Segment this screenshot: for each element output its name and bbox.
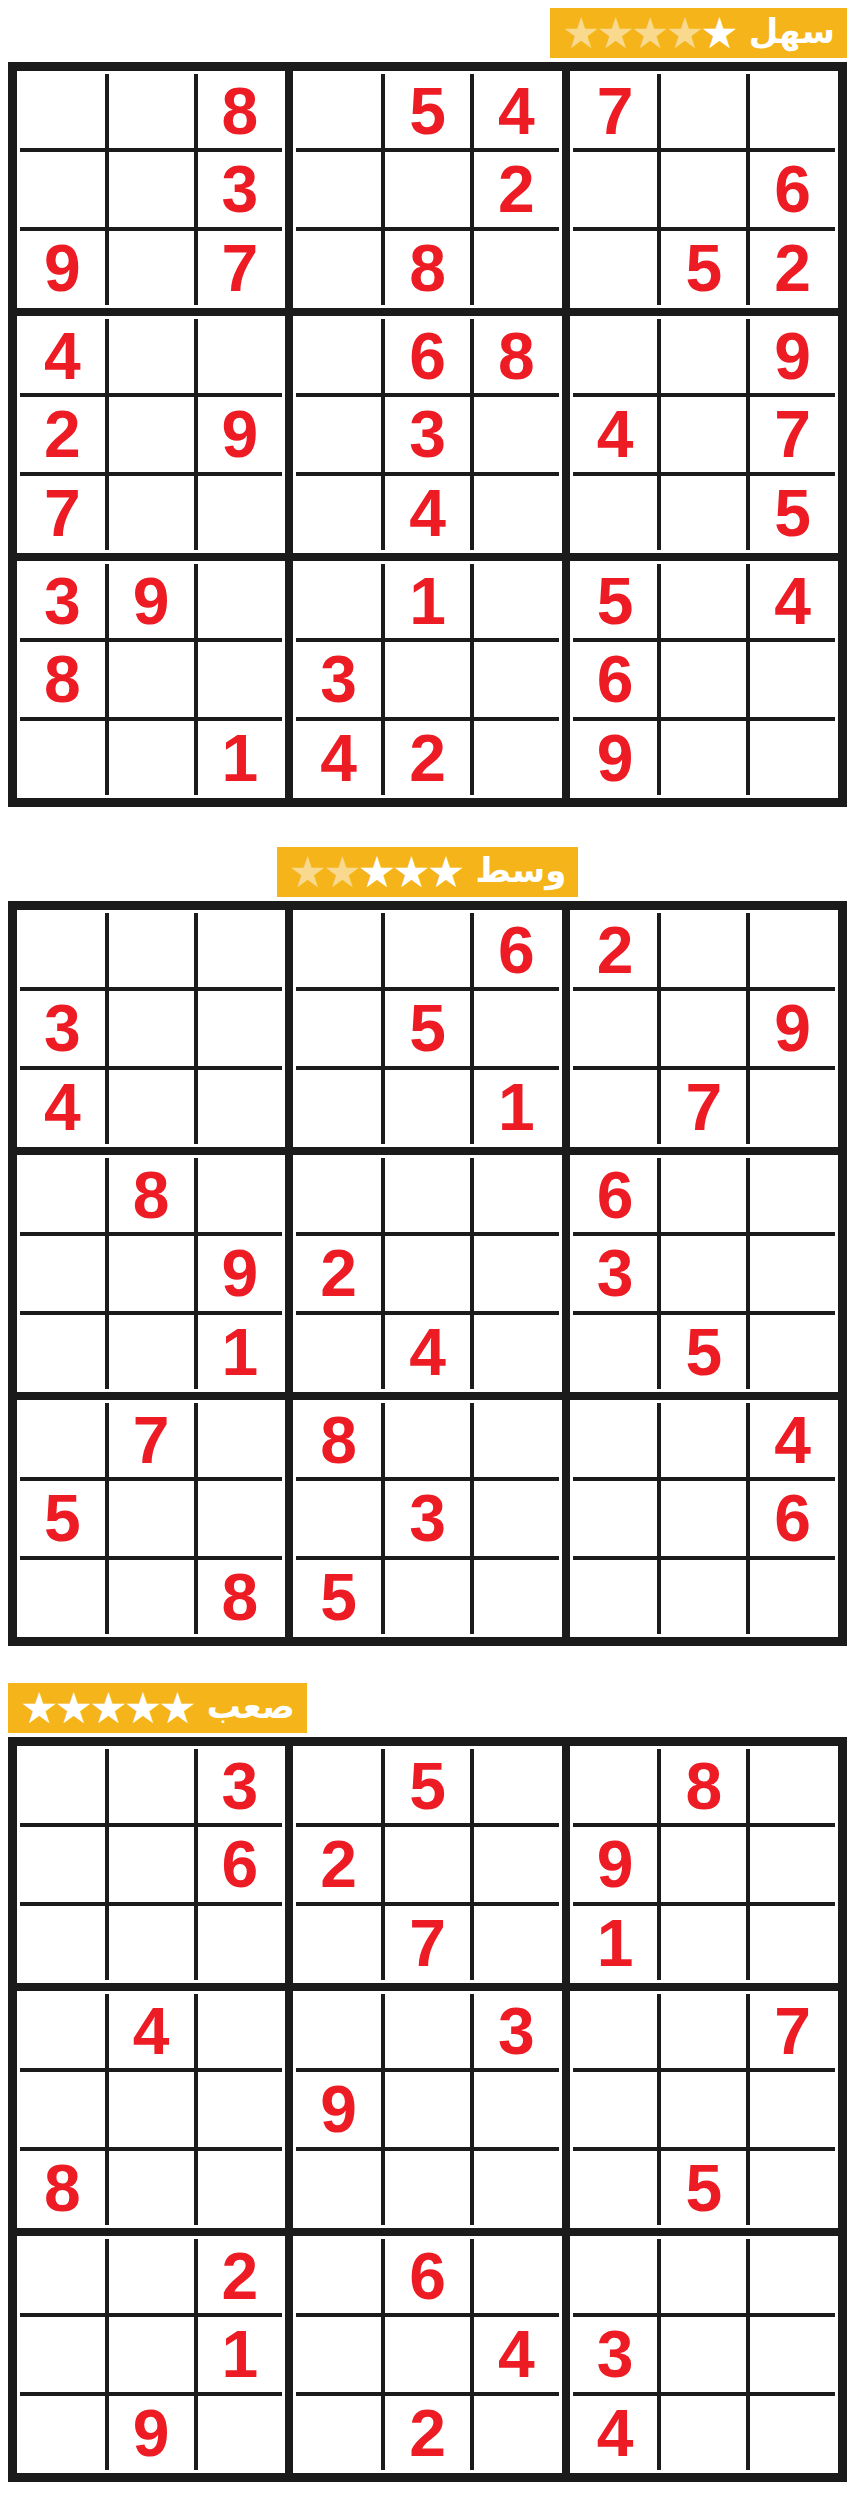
sudoku-cell-empty[interactable] bbox=[661, 319, 746, 393]
sudoku-cell-empty[interactable] bbox=[20, 1560, 105, 1634]
sudoku-cell-empty[interactable] bbox=[109, 721, 194, 795]
sudoku-cell-given[interactable]: 7 bbox=[750, 1994, 835, 2068]
sudoku-cell-empty[interactable] bbox=[661, 2396, 746, 2470]
difficulty-banner-easy: ★★★★★ سهل bbox=[550, 8, 847, 58]
sudoku-cell-given[interactable]: 6 bbox=[385, 319, 470, 393]
star-icon-empty: ★ bbox=[289, 847, 324, 897]
sudoku-cell-empty[interactable] bbox=[661, 564, 746, 638]
sudoku-cell-empty[interactable] bbox=[474, 2396, 559, 2470]
sudoku-cell-empty[interactable] bbox=[385, 913, 470, 987]
sudoku-cell-given[interactable]: 3 bbox=[296, 642, 381, 716]
sudoku-cell-empty[interactable] bbox=[573, 231, 658, 305]
sudoku-cell-empty[interactable] bbox=[296, 2396, 381, 2470]
sudoku-cell-empty[interactable] bbox=[296, 152, 381, 226]
sudoku-cell-empty[interactable] bbox=[296, 74, 381, 148]
sudoku-cell-empty[interactable] bbox=[20, 913, 105, 987]
sudoku-cell-given[interactable]: 3 bbox=[20, 991, 105, 1065]
sudoku-cell-given[interactable]: 7 bbox=[20, 476, 105, 550]
sudoku-cell-empty[interactable] bbox=[20, 152, 105, 226]
sudoku-cell-empty[interactable] bbox=[661, 74, 746, 148]
sudoku-cell-empty[interactable] bbox=[661, 1236, 746, 1310]
sudoku-cell-empty[interactable] bbox=[296, 913, 381, 987]
sudoku-cell-given[interactable]: 6 bbox=[750, 1481, 835, 1555]
sudoku-cell-empty[interactable] bbox=[296, 476, 381, 550]
sudoku-cell-empty[interactable] bbox=[20, 1994, 105, 2068]
sudoku-cell-empty[interactable] bbox=[20, 1906, 105, 1980]
sudoku-cell-empty[interactable] bbox=[573, 1403, 658, 1477]
sudoku-cell-empty[interactable] bbox=[296, 1994, 381, 2068]
sudoku-cell-empty[interactable] bbox=[296, 1906, 381, 1980]
sudoku-cell-empty[interactable] bbox=[750, 2151, 835, 2225]
sudoku-cell-empty[interactable] bbox=[198, 319, 283, 393]
sudoku-cell-empty[interactable] bbox=[750, 2072, 835, 2146]
sudoku-cell-empty[interactable] bbox=[20, 721, 105, 795]
sudoku-cell-empty[interactable] bbox=[750, 2317, 835, 2391]
sudoku-cell-empty[interactable] bbox=[474, 231, 559, 305]
sudoku-cell-given[interactable]: 4 bbox=[109, 1994, 194, 2068]
sudoku-cell-empty[interactable] bbox=[296, 397, 381, 471]
sudoku-cell-empty[interactable] bbox=[750, 1158, 835, 1232]
star-icon-filled: ★ bbox=[20, 1683, 55, 1733]
sudoku-cell-empty[interactable] bbox=[573, 1560, 658, 1634]
sudoku-cell-given[interactable]: 5 bbox=[661, 231, 746, 305]
difficulty-banner-medium: ★★★★★ وسط bbox=[277, 847, 579, 897]
sudoku-cell-given[interactable]: 6 bbox=[385, 2239, 470, 2313]
sudoku-cell-given[interactable]: 4 bbox=[573, 397, 658, 471]
sudoku-cell-empty[interactable] bbox=[573, 991, 658, 1065]
sudoku-cell-empty[interactable] bbox=[474, 991, 559, 1065]
sudoku-cell-empty[interactable] bbox=[296, 1070, 381, 1144]
star-rating: ★★★★★ bbox=[562, 8, 735, 58]
difficulty-banner-hard: ★★★★★ صعب bbox=[8, 1683, 307, 1733]
sudoku-box: 5469 bbox=[570, 561, 838, 798]
sudoku-cell-empty[interactable] bbox=[661, 1906, 746, 1980]
sudoku-box: 39 bbox=[293, 1991, 561, 2228]
sudoku-cell-given[interactable]: 4 bbox=[385, 1315, 470, 1389]
sudoku-cell-given[interactable]: 2 bbox=[296, 1827, 381, 1901]
sudoku-box: 46 bbox=[570, 1400, 838, 1637]
hard-banner-row: ★★★★★ صعب bbox=[8, 1683, 847, 1733]
sudoku-cell-empty[interactable] bbox=[385, 2317, 470, 2391]
sudoku-cell-empty[interactable] bbox=[20, 1827, 105, 1901]
star-rating: ★★★★★ bbox=[289, 847, 462, 897]
sudoku-cell-given[interactable]: 9 bbox=[109, 2396, 194, 2470]
sudoku-cell-given[interactable]: 8 bbox=[296, 1403, 381, 1477]
sudoku-cell-given[interactable]: 5 bbox=[750, 476, 835, 550]
sudoku-cell-empty[interactable] bbox=[385, 2072, 470, 2146]
sudoku-cell-given[interactable]: 9 bbox=[296, 2072, 381, 2146]
sudoku-cell-given[interactable]: 5 bbox=[661, 1315, 746, 1389]
sudoku-cell-given[interactable]: 2 bbox=[750, 231, 835, 305]
sudoku-cell-empty[interactable] bbox=[573, 2072, 658, 2146]
sudoku-cell-given[interactable]: 6 bbox=[198, 1827, 283, 1901]
sudoku-cell-empty[interactable] bbox=[109, 2072, 194, 2146]
sudoku-cell-empty[interactable] bbox=[385, 1236, 470, 1310]
sudoku-cell-empty[interactable] bbox=[109, 1827, 194, 1901]
sudoku-cell-empty[interactable] bbox=[109, 991, 194, 1065]
sudoku-box: 34 bbox=[570, 2236, 838, 2473]
sudoku-cell-empty[interactable] bbox=[20, 74, 105, 148]
sudoku-cell-empty[interactable] bbox=[474, 2151, 559, 2225]
sudoku-cell-empty[interactable] bbox=[109, 2317, 194, 2391]
sudoku-cell-given[interactable]: 7 bbox=[109, 1403, 194, 1477]
star-rating: ★★★★★ bbox=[20, 1683, 193, 1733]
sudoku-cell-given[interactable]: 3 bbox=[385, 1481, 470, 1555]
sudoku-box: 6834 bbox=[293, 316, 561, 553]
sudoku-cell-empty[interactable] bbox=[661, 1827, 746, 1901]
sudoku-cell-given[interactable]: 9 bbox=[750, 991, 835, 1065]
sudoku-box: 24 bbox=[293, 1155, 561, 1392]
sudoku-cell-given[interactable]: 5 bbox=[385, 1749, 470, 1823]
sudoku-cell-empty[interactable] bbox=[750, 1906, 835, 1980]
sudoku-cell-given[interactable]: 2 bbox=[573, 913, 658, 987]
sudoku-cell-given[interactable]: 4 bbox=[750, 564, 835, 638]
sudoku-cell-empty[interactable] bbox=[661, 152, 746, 226]
sudoku-cell-empty[interactable] bbox=[296, 1315, 381, 1389]
sudoku-cell-given[interactable]: 2 bbox=[20, 397, 105, 471]
sudoku-cell-empty[interactable] bbox=[750, 1236, 835, 1310]
sudoku-box: 891 bbox=[570, 1746, 838, 1983]
sudoku-cell-given[interactable]: 2 bbox=[385, 2396, 470, 2470]
sudoku-box: 642 bbox=[293, 2236, 561, 2473]
sudoku-cell-empty[interactable] bbox=[385, 1403, 470, 1477]
sudoku-cell-empty[interactable] bbox=[198, 2072, 283, 2146]
sudoku-cell-empty[interactable] bbox=[750, 1749, 835, 1823]
sudoku-cell-empty[interactable] bbox=[573, 1749, 658, 1823]
sudoku-cell-empty[interactable] bbox=[573, 2239, 658, 2313]
sudoku-cell-empty[interactable] bbox=[750, 2239, 835, 2313]
sudoku-cell-empty[interactable] bbox=[109, 1749, 194, 1823]
sudoku-cell-empty[interactable] bbox=[109, 476, 194, 550]
sudoku-cell-empty[interactable] bbox=[750, 721, 835, 795]
sudoku-cell-empty[interactable] bbox=[661, 476, 746, 550]
sudoku-cell-given[interactable]: 5 bbox=[20, 1481, 105, 1555]
sudoku-cell-empty[interactable] bbox=[109, 2151, 194, 2225]
easy-banner-row: ★★★★★ سهل bbox=[8, 8, 847, 58]
star-icon-filled: ★ bbox=[124, 1683, 159, 1733]
sudoku-cell-empty[interactable] bbox=[198, 1994, 283, 2068]
sudoku-cell-given[interactable]: 8 bbox=[109, 1158, 194, 1232]
sudoku-cell-empty[interactable] bbox=[474, 721, 559, 795]
sudoku-cell-given[interactable]: 8 bbox=[385, 231, 470, 305]
sudoku-cell-empty[interactable] bbox=[661, 2239, 746, 2313]
star-icon-filled: ★ bbox=[55, 1683, 90, 1733]
sudoku-cell-empty[interactable] bbox=[573, 1070, 658, 1144]
star-icon-filled: ★ bbox=[89, 1683, 124, 1733]
sudoku-cell-given[interactable]: 6 bbox=[573, 642, 658, 716]
sudoku-cell-given[interactable]: 9 bbox=[573, 721, 658, 795]
sudoku-cell-empty[interactable] bbox=[750, 74, 835, 148]
sudoku-cell-empty[interactable] bbox=[474, 564, 559, 638]
sudoku-cell-empty[interactable] bbox=[198, 476, 283, 550]
sudoku-cell-empty[interactable] bbox=[385, 1158, 470, 1232]
sudoku-cell-empty[interactable] bbox=[573, 2151, 658, 2225]
star-icon-filled: ★ bbox=[427, 847, 462, 897]
sudoku-box: 297 bbox=[570, 910, 838, 1147]
sudoku-cell-empty[interactable] bbox=[750, 1070, 835, 1144]
sudoku-cell-given[interactable]: 1 bbox=[573, 1906, 658, 1980]
sudoku-cell-empty[interactable] bbox=[750, 1827, 835, 1901]
sudoku-cell-empty[interactable] bbox=[109, 913, 194, 987]
sudoku-cell-empty[interactable] bbox=[750, 913, 835, 987]
sudoku-cell-given[interactable]: 3 bbox=[198, 1749, 283, 1823]
sudoku-cell-empty[interactable] bbox=[198, 1158, 283, 1232]
sudoku-box: 5428 bbox=[293, 71, 561, 308]
sudoku-cell-empty[interactable] bbox=[750, 642, 835, 716]
sudoku-cell-given[interactable]: 8 bbox=[474, 319, 559, 393]
star-icon-empty: ★ bbox=[562, 8, 597, 58]
sudoku-cell-empty[interactable] bbox=[474, 642, 559, 716]
sudoku-cell-empty[interactable] bbox=[198, 1403, 283, 1477]
sudoku-cell-empty[interactable] bbox=[661, 397, 746, 471]
sudoku-cell-given[interactable]: 4 bbox=[474, 74, 559, 148]
sudoku-cell-empty[interactable] bbox=[296, 1481, 381, 1555]
sudoku-cell-given[interactable]: 9 bbox=[198, 1236, 283, 1310]
sudoku-box: 75 bbox=[570, 1991, 838, 2228]
sudoku-cell-empty[interactable] bbox=[750, 1560, 835, 1634]
sudoku-cell-empty[interactable] bbox=[20, 1236, 105, 1310]
sudoku-box: 36 bbox=[17, 1746, 285, 1983]
sudoku-cell-given[interactable]: 4 bbox=[750, 1403, 835, 1477]
sudoku-cell-given[interactable]: 8 bbox=[198, 74, 283, 148]
sudoku-cell-empty[interactable] bbox=[198, 2151, 283, 2225]
sudoku-cell-empty[interactable] bbox=[573, 476, 658, 550]
sudoku-cell-empty[interactable] bbox=[385, 2151, 470, 2225]
sudoku-cell-empty[interactable] bbox=[198, 991, 283, 1065]
sudoku-cell-given[interactable]: 7 bbox=[385, 1906, 470, 1980]
sudoku-cell-empty[interactable] bbox=[109, 319, 194, 393]
sudoku-cell-empty[interactable] bbox=[296, 231, 381, 305]
sudoku-box: 48 bbox=[17, 1991, 285, 2228]
sudoku-cell-given[interactable]: 3 bbox=[573, 1236, 658, 1310]
sudoku-cell-empty[interactable] bbox=[385, 152, 470, 226]
sudoku-cell-empty[interactable] bbox=[573, 1994, 658, 2068]
sudoku-cell-given[interactable]: 7 bbox=[661, 1070, 746, 1144]
sudoku-cell-given[interactable]: 4 bbox=[573, 2396, 658, 2470]
sudoku-cell-empty[interactable] bbox=[474, 1403, 559, 1477]
sudoku-cell-empty[interactable] bbox=[750, 1315, 835, 1389]
star-icon-filled: ★ bbox=[158, 1683, 193, 1733]
sudoku-cell-given[interactable]: 7 bbox=[750, 397, 835, 471]
sudoku-cell-empty[interactable] bbox=[385, 1560, 470, 1634]
sudoku-cell-given[interactable]: 8 bbox=[661, 1749, 746, 1823]
sudoku-cell-empty[interactable] bbox=[385, 1994, 470, 2068]
sudoku-cell-given[interactable]: 8 bbox=[198, 1560, 283, 1634]
sudoku-cell-given[interactable]: 2 bbox=[385, 721, 470, 795]
sudoku-cell-empty[interactable] bbox=[474, 2239, 559, 2313]
sudoku-cell-given[interactable]: 5 bbox=[296, 1560, 381, 1634]
sudoku-cell-empty[interactable] bbox=[661, 2317, 746, 2391]
sudoku-cell-empty[interactable] bbox=[474, 1481, 559, 1555]
sudoku-cell-empty[interactable] bbox=[296, 2317, 381, 2391]
sudoku-cell-given[interactable]: 3 bbox=[198, 152, 283, 226]
sudoku-cell-empty[interactable] bbox=[109, 1906, 194, 1980]
sudoku-cell-empty[interactable] bbox=[474, 1827, 559, 1901]
sudoku-cell-empty[interactable] bbox=[661, 1560, 746, 1634]
sudoku-box: 758 bbox=[17, 1400, 285, 1637]
sudoku-cell-empty[interactable] bbox=[661, 1994, 746, 2068]
sudoku-box: 635 bbox=[570, 1155, 838, 1392]
star-icon-filled: ★ bbox=[358, 847, 393, 897]
sudoku-cell-empty[interactable] bbox=[198, 1481, 283, 1555]
sudoku-cell-empty[interactable] bbox=[109, 1236, 194, 1310]
sudoku-cell-empty[interactable] bbox=[296, 1749, 381, 1823]
sudoku-cell-empty[interactable] bbox=[474, 1236, 559, 1310]
sudoku-box: 8397 bbox=[17, 71, 285, 308]
sudoku-cell-empty[interactable] bbox=[109, 1481, 194, 1555]
sudoku-cell-given[interactable]: 3 bbox=[474, 1994, 559, 2068]
sudoku-cell-empty[interactable] bbox=[573, 1315, 658, 1389]
sudoku-box: 9475 bbox=[570, 316, 838, 553]
sudoku-cell-empty[interactable] bbox=[109, 1070, 194, 1144]
sudoku-cell-given[interactable]: 1 bbox=[198, 2317, 283, 2391]
sudoku-cell-empty[interactable] bbox=[573, 319, 658, 393]
sudoku-cell-given[interactable]: 8 bbox=[20, 2151, 105, 2225]
sudoku-cell-empty[interactable] bbox=[661, 642, 746, 716]
star-icon-empty: ★ bbox=[323, 847, 358, 897]
sudoku-cell-empty[interactable] bbox=[661, 1403, 746, 1477]
sudoku-box: 1342 bbox=[293, 561, 561, 798]
sudoku-cell-empty[interactable] bbox=[20, 1749, 105, 1823]
difficulty-label: سهل bbox=[749, 6, 835, 60]
sudoku-cell-given[interactable]: 5 bbox=[661, 2151, 746, 2225]
sudoku-box: 3981 bbox=[17, 561, 285, 798]
sudoku-cell-given[interactable]: 9 bbox=[573, 1827, 658, 1901]
sudoku-box: 7652 bbox=[570, 71, 838, 308]
sudoku-cell-given[interactable]: 3 bbox=[20, 564, 105, 638]
sudoku-cell-given[interactable]: 1 bbox=[198, 1315, 283, 1389]
sudoku-cell-empty[interactable] bbox=[750, 2396, 835, 2470]
sudoku-cell-given[interactable]: 5 bbox=[385, 991, 470, 1065]
sudoku-cell-given[interactable]: 6 bbox=[474, 913, 559, 987]
sudoku-box: 34 bbox=[17, 910, 285, 1147]
sudoku-cell-empty[interactable] bbox=[20, 2072, 105, 2146]
sudoku-cell-empty[interactable] bbox=[661, 991, 746, 1065]
sudoku-cell-given[interactable]: 9 bbox=[750, 319, 835, 393]
sudoku-cell-empty[interactable] bbox=[20, 1315, 105, 1389]
sudoku-cell-empty[interactable] bbox=[573, 152, 658, 226]
sudoku-cell-given[interactable]: 8 bbox=[20, 642, 105, 716]
sudoku-cell-empty[interactable] bbox=[109, 642, 194, 716]
sudoku-cell-given[interactable]: 5 bbox=[385, 74, 470, 148]
sudoku-cell-empty[interactable] bbox=[198, 1906, 283, 1980]
sudoku-cell-empty[interactable] bbox=[109, 152, 194, 226]
sudoku-box: 219 bbox=[17, 2236, 285, 2473]
sudoku-cell-empty[interactable] bbox=[474, 1560, 559, 1634]
sudoku-cell-given[interactable]: 3 bbox=[573, 2317, 658, 2391]
sudoku-cell-empty[interactable] bbox=[385, 1827, 470, 1901]
sudoku-cell-empty[interactable] bbox=[385, 642, 470, 716]
sudoku-cell-empty[interactable] bbox=[661, 1158, 746, 1232]
sudoku-cell-empty[interactable] bbox=[474, 476, 559, 550]
sudoku-cell-given[interactable]: 9 bbox=[198, 397, 283, 471]
sudoku-cell-given[interactable]: 4 bbox=[20, 1070, 105, 1144]
sudoku-grid: 346512978912463575883546 bbox=[8, 901, 847, 1646]
sudoku-cell-empty[interactable] bbox=[198, 1070, 283, 1144]
sudoku-cell-empty[interactable] bbox=[20, 1158, 105, 1232]
star-icon-filled: ★ bbox=[700, 8, 735, 58]
sudoku-cell-given[interactable]: 4 bbox=[296, 721, 381, 795]
sudoku-cell-empty[interactable] bbox=[109, 1560, 194, 1634]
sudoku-grid: 3652789148397521964234 bbox=[8, 1737, 847, 2482]
sudoku-cell-empty[interactable] bbox=[474, 397, 559, 471]
sudoku-cell-empty[interactable] bbox=[198, 564, 283, 638]
medium-banner-row: ★★★★★ وسط bbox=[8, 847, 847, 897]
sudoku-cell-given[interactable]: 6 bbox=[750, 152, 835, 226]
sudoku-cell-given[interactable]: 2 bbox=[198, 2239, 283, 2313]
sudoku-box: 651 bbox=[293, 910, 561, 1147]
sudoku-cell-empty[interactable] bbox=[20, 2239, 105, 2313]
sudoku-cell-empty[interactable] bbox=[296, 2151, 381, 2225]
sudoku-cell-empty[interactable] bbox=[20, 1403, 105, 1477]
sudoku-cell-given[interactable]: 4 bbox=[20, 319, 105, 393]
difficulty-label: وسط bbox=[475, 845, 566, 899]
sudoku-cell-empty[interactable] bbox=[109, 397, 194, 471]
sudoku-cell-given[interactable]: 9 bbox=[109, 564, 194, 638]
sudoku-cell-given[interactable]: 7 bbox=[198, 231, 283, 305]
sudoku-box: 4297 bbox=[17, 316, 285, 553]
sudoku-cell-empty[interactable] bbox=[573, 1481, 658, 1555]
sudoku-cell-given[interactable]: 4 bbox=[385, 476, 470, 550]
star-icon-filled: ★ bbox=[392, 847, 427, 897]
sudoku-grid: 839754287652429768349475398113425469 bbox=[8, 62, 847, 807]
sudoku-cell-empty[interactable] bbox=[474, 1158, 559, 1232]
sudoku-cell-given[interactable]: 2 bbox=[474, 152, 559, 226]
sudoku-cell-empty[interactable] bbox=[385, 1070, 470, 1144]
sudoku-cell-empty[interactable] bbox=[109, 231, 194, 305]
sudoku-cell-empty[interactable] bbox=[296, 319, 381, 393]
sudoku-cell-empty[interactable] bbox=[198, 642, 283, 716]
sudoku-box: 835 bbox=[293, 1400, 561, 1637]
sudoku-cell-empty[interactable] bbox=[474, 1906, 559, 1980]
sudoku-cell-empty[interactable] bbox=[109, 74, 194, 148]
sudoku-cell-empty[interactable] bbox=[661, 913, 746, 987]
sudoku-cell-empty[interactable] bbox=[198, 913, 283, 987]
star-icon-empty: ★ bbox=[597, 8, 632, 58]
sudoku-cell-empty[interactable] bbox=[296, 2239, 381, 2313]
sudoku-page: ★★★★★ سهل 839754287652429768349475398113… bbox=[0, 0, 855, 2482]
sudoku-cell-empty[interactable] bbox=[661, 721, 746, 795]
sudoku-cell-given[interactable]: 1 bbox=[474, 1070, 559, 1144]
sudoku-cell-empty[interactable] bbox=[296, 1158, 381, 1232]
sudoku-cell-empty[interactable] bbox=[474, 1749, 559, 1823]
sudoku-cell-given[interactable]: 6 bbox=[573, 1158, 658, 1232]
star-icon-empty: ★ bbox=[666, 8, 701, 58]
sudoku-cell-empty[interactable] bbox=[109, 2239, 194, 2313]
sudoku-cell-given[interactable]: 2 bbox=[296, 1236, 381, 1310]
sudoku-cell-given[interactable]: 3 bbox=[385, 397, 470, 471]
sudoku-cell-empty[interactable] bbox=[296, 991, 381, 1065]
sudoku-cell-given[interactable]: 9 bbox=[20, 231, 105, 305]
sudoku-cell-empty[interactable] bbox=[474, 2072, 559, 2146]
sudoku-cell-empty[interactable] bbox=[661, 1481, 746, 1555]
sudoku-cell-empty[interactable] bbox=[198, 2396, 283, 2470]
difficulty-label: صعب bbox=[207, 1681, 295, 1735]
sudoku-cell-given[interactable]: 1 bbox=[198, 721, 283, 795]
sudoku-cell-given[interactable]: 5 bbox=[573, 564, 658, 638]
sudoku-cell-given[interactable]: 7 bbox=[573, 74, 658, 148]
sudoku-cell-empty[interactable] bbox=[109, 1315, 194, 1389]
sudoku-cell-given[interactable]: 1 bbox=[385, 564, 470, 638]
sudoku-cell-given[interactable]: 4 bbox=[474, 2317, 559, 2391]
sudoku-cell-empty[interactable] bbox=[661, 2072, 746, 2146]
sudoku-cell-empty[interactable] bbox=[296, 564, 381, 638]
sudoku-cell-empty[interactable] bbox=[20, 2317, 105, 2391]
sudoku-cell-empty[interactable] bbox=[20, 2396, 105, 2470]
star-icon-empty: ★ bbox=[631, 8, 666, 58]
sudoku-cell-empty[interactable] bbox=[474, 1315, 559, 1389]
sudoku-box: 891 bbox=[17, 1155, 285, 1392]
